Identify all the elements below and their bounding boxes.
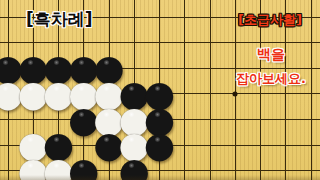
level-label: [초급사활] [238, 11, 302, 29]
black-stone: ● [147, 132, 173, 158]
grid-vline [235, 0, 236, 180]
video-thumbnail-frame: ●●●●●●●●●●●●●●●●●●●●●●●●● [흑차례] [초급사활] 백… [0, 0, 320, 180]
grid-vline [210, 0, 211, 180]
instruction-line1: 백을 [211, 46, 320, 64]
grid-vline [184, 0, 185, 180]
grid-hline [0, 42, 320, 43]
star-point [233, 91, 238, 96]
turn-label: [흑차례] [26, 8, 93, 31]
instruction-line2: 잡아보세요. [211, 70, 320, 88]
instruction-text: 백을 잡아보세요. [211, 46, 320, 88]
grid-vline [311, 0, 312, 180]
frame-bottom-shade [0, 175, 320, 180]
